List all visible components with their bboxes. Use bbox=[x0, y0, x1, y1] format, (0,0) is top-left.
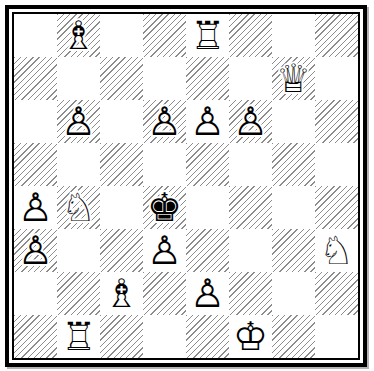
square-c4[interactable] bbox=[100, 186, 143, 229]
piece-white-rook: ♖♖ bbox=[186, 14, 229, 57]
square-b7[interactable] bbox=[57, 57, 100, 100]
square-b6[interactable]: ♙♙ bbox=[57, 100, 100, 143]
square-e8[interactable]: ♖♖ bbox=[186, 14, 229, 57]
square-g5[interactable] bbox=[272, 143, 315, 186]
square-e6[interactable]: ♙♙ bbox=[186, 100, 229, 143]
piece-white-pawn: ♙♙ bbox=[14, 186, 57, 229]
square-h3[interactable]: ♘♘ bbox=[315, 229, 358, 272]
piece-white-pawn: ♙♙ bbox=[57, 100, 100, 143]
square-e1[interactable] bbox=[186, 315, 229, 358]
square-h7[interactable] bbox=[315, 57, 358, 100]
square-h5[interactable] bbox=[315, 143, 358, 186]
white-bishop-glyph: ♗ bbox=[61, 14, 96, 57]
piece-white-bishop: ♗♗ bbox=[57, 14, 100, 57]
square-h1[interactable] bbox=[315, 315, 358, 358]
square-d4[interactable]: ♚♚ bbox=[143, 186, 186, 229]
square-h8[interactable] bbox=[315, 14, 358, 57]
chess-diagram-page: ♗♗♖♖♕♕♙♙♙♙♙♙♙♙♙♙♘♘♚♚♙♙♙♙♘♘♗♗♙♙♖♖♔♔ bbox=[0, 0, 374, 371]
square-b3[interactable] bbox=[57, 229, 100, 272]
square-c3[interactable] bbox=[100, 229, 143, 272]
piece-white-pawn: ♙♙ bbox=[143, 100, 186, 143]
square-c6[interactable] bbox=[100, 100, 143, 143]
square-f6[interactable]: ♙♙ bbox=[229, 100, 272, 143]
square-b8[interactable]: ♗♗ bbox=[57, 14, 100, 57]
square-d5[interactable] bbox=[143, 143, 186, 186]
square-g1[interactable] bbox=[272, 315, 315, 358]
square-c5[interactable] bbox=[100, 143, 143, 186]
black-king-glyph: ♚ bbox=[147, 186, 182, 229]
piece-black-king: ♚♚ bbox=[143, 186, 186, 229]
square-b5[interactable] bbox=[57, 143, 100, 186]
square-d3[interactable]: ♙♙ bbox=[143, 229, 186, 272]
white-knight-glyph: ♘ bbox=[61, 186, 96, 229]
white-king-glyph: ♔ bbox=[233, 315, 268, 358]
piece-white-rook: ♖♖ bbox=[57, 315, 100, 358]
square-f1[interactable]: ♔♔ bbox=[229, 315, 272, 358]
piece-white-pawn: ♙♙ bbox=[186, 272, 229, 315]
white-pawn-glyph: ♙ bbox=[61, 100, 96, 143]
piece-white-knight: ♘♘ bbox=[315, 229, 358, 272]
diagram-inner-frame: ♗♗♖♖♕♕♙♙♙♙♙♙♙♙♙♙♘♘♚♚♙♙♙♙♘♘♗♗♙♙♖♖♔♔ bbox=[12, 12, 360, 360]
white-bishop-glyph: ♗ bbox=[104, 272, 139, 315]
square-h2[interactable] bbox=[315, 272, 358, 315]
square-d7[interactable] bbox=[143, 57, 186, 100]
square-a1[interactable] bbox=[14, 315, 57, 358]
square-f3[interactable] bbox=[229, 229, 272, 272]
white-queen-glyph: ♕ bbox=[276, 57, 311, 100]
white-rook-glyph: ♖ bbox=[61, 315, 96, 358]
square-d1[interactable] bbox=[143, 315, 186, 358]
square-a5[interactable] bbox=[14, 143, 57, 186]
piece-white-pawn: ♙♙ bbox=[186, 100, 229, 143]
piece-white-queen: ♕♕ bbox=[272, 57, 315, 100]
square-c8[interactable] bbox=[100, 14, 143, 57]
square-c1[interactable] bbox=[100, 315, 143, 358]
diagram-outer-frame: ♗♗♖♖♕♕♙♙♙♙♙♙♙♙♙♙♘♘♚♚♙♙♙♙♘♘♗♗♙♙♖♖♔♔ bbox=[5, 5, 367, 367]
square-b1[interactable]: ♖♖ bbox=[57, 315, 100, 358]
square-e4[interactable] bbox=[186, 186, 229, 229]
square-h6[interactable] bbox=[315, 100, 358, 143]
square-c2[interactable]: ♗♗ bbox=[100, 272, 143, 315]
square-d2[interactable] bbox=[143, 272, 186, 315]
square-d8[interactable] bbox=[143, 14, 186, 57]
white-pawn-glyph: ♙ bbox=[190, 100, 225, 143]
white-pawn-glyph: ♙ bbox=[190, 272, 225, 315]
square-g3[interactable] bbox=[272, 229, 315, 272]
square-f8[interactable] bbox=[229, 14, 272, 57]
square-e2[interactable]: ♙♙ bbox=[186, 272, 229, 315]
piece-white-knight: ♘♘ bbox=[57, 186, 100, 229]
white-pawn-glyph: ♙ bbox=[233, 100, 268, 143]
square-f7[interactable] bbox=[229, 57, 272, 100]
square-a8[interactable] bbox=[14, 14, 57, 57]
square-e3[interactable] bbox=[186, 229, 229, 272]
white-pawn-glyph: ♙ bbox=[147, 100, 182, 143]
chess-board: ♗♗♖♖♕♕♙♙♙♙♙♙♙♙♙♙♘♘♚♚♙♙♙♙♘♘♗♗♙♙♖♖♔♔ bbox=[14, 14, 358, 358]
square-g6[interactable] bbox=[272, 100, 315, 143]
piece-white-pawn: ♙♙ bbox=[14, 229, 57, 272]
square-f4[interactable] bbox=[229, 186, 272, 229]
square-a7[interactable] bbox=[14, 57, 57, 100]
square-f5[interactable] bbox=[229, 143, 272, 186]
square-b2[interactable] bbox=[57, 272, 100, 315]
square-d6[interactable]: ♙♙ bbox=[143, 100, 186, 143]
square-f2[interactable] bbox=[229, 272, 272, 315]
square-a4[interactable]: ♙♙ bbox=[14, 186, 57, 229]
white-pawn-glyph: ♙ bbox=[147, 229, 182, 272]
piece-white-king: ♔♔ bbox=[229, 315, 272, 358]
square-a2[interactable] bbox=[14, 272, 57, 315]
square-g7[interactable]: ♕♕ bbox=[272, 57, 315, 100]
white-knight-glyph: ♘ bbox=[319, 229, 354, 272]
square-g2[interactable] bbox=[272, 272, 315, 315]
white-pawn-glyph: ♙ bbox=[18, 229, 53, 272]
square-g8[interactable] bbox=[272, 14, 315, 57]
square-e5[interactable] bbox=[186, 143, 229, 186]
square-c7[interactable] bbox=[100, 57, 143, 100]
white-pawn-glyph: ♙ bbox=[18, 186, 53, 229]
square-e7[interactable] bbox=[186, 57, 229, 100]
square-b4[interactable]: ♘♘ bbox=[57, 186, 100, 229]
square-a3[interactable]: ♙♙ bbox=[14, 229, 57, 272]
white-rook-glyph: ♖ bbox=[190, 14, 225, 57]
piece-white-pawn: ♙♙ bbox=[229, 100, 272, 143]
square-a6[interactable] bbox=[14, 100, 57, 143]
square-h4[interactable] bbox=[315, 186, 358, 229]
piece-white-pawn: ♙♙ bbox=[143, 229, 186, 272]
square-g4[interactable] bbox=[272, 186, 315, 229]
piece-white-bishop: ♗♗ bbox=[100, 272, 143, 315]
